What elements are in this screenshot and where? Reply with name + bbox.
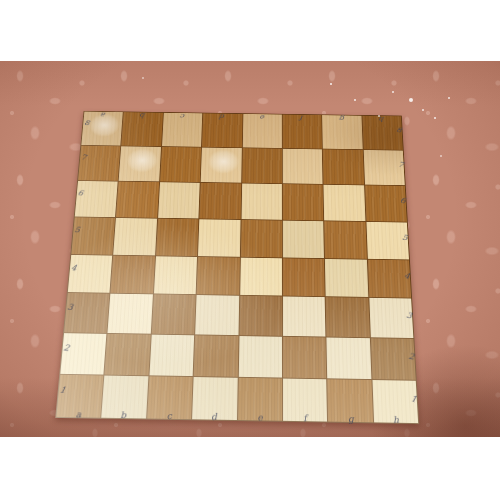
square-c2[interactable] (149, 335, 194, 376)
square-h5[interactable] (366, 222, 409, 259)
square-b8[interactable] (122, 112, 163, 146)
square-d4[interactable] (197, 257, 240, 296)
square-c6[interactable] (158, 182, 200, 218)
square-a7[interactable] (78, 146, 120, 181)
square-d8[interactable] (202, 113, 242, 147)
square-f1[interactable] (283, 379, 327, 422)
square-b7[interactable] (119, 146, 161, 181)
square-e2[interactable] (238, 336, 282, 377)
square-e1[interactable] (238, 378, 282, 421)
square-b3[interactable] (108, 294, 153, 334)
square-h7[interactable] (363, 150, 404, 185)
square-a2[interactable] (60, 333, 106, 374)
square-g7[interactable] (323, 149, 364, 184)
square-a1[interactable] (56, 375, 103, 418)
square-e7[interactable] (242, 148, 282, 183)
square-e6[interactable] (241, 183, 282, 219)
square-d5[interactable] (198, 219, 240, 256)
square-c3[interactable] (152, 295, 196, 335)
square-c7[interactable] (160, 147, 201, 182)
square-g8[interactable] (322, 115, 362, 149)
square-h4[interactable] (367, 259, 411, 298)
dust-specks (330, 83, 332, 85)
square-f4[interactable] (283, 258, 325, 297)
square-f7[interactable] (283, 149, 323, 184)
square-f6[interactable] (283, 184, 324, 220)
square-d1[interactable] (192, 377, 237, 420)
square-g6[interactable] (324, 185, 365, 221)
square-e3[interactable] (239, 296, 282, 336)
square-e5[interactable] (240, 220, 281, 257)
square-g3[interactable] (326, 297, 370, 337)
chess-board: aa88bb77cc66dd55ee44ff33gg22hh11 (55, 111, 419, 424)
square-h3[interactable] (369, 298, 413, 338)
square-b1[interactable] (102, 376, 149, 419)
square-a8[interactable] (81, 112, 123, 146)
square-a6[interactable] (75, 181, 118, 217)
square-c4[interactable] (154, 256, 197, 295)
square-c1[interactable] (147, 376, 193, 419)
square-h8[interactable] (362, 116, 403, 150)
square-d3[interactable] (195, 295, 239, 335)
square-b2[interactable] (105, 334, 151, 375)
square-f5[interactable] (283, 220, 324, 257)
square-c8[interactable] (162, 113, 203, 147)
square-g1[interactable] (327, 379, 372, 422)
square-b4[interactable] (111, 255, 155, 294)
square-d7[interactable] (201, 147, 242, 182)
square-c5[interactable] (156, 218, 199, 255)
square-a5[interactable] (71, 217, 115, 254)
photograph: aa88bb77cc66dd55ee44ff33gg22hh11 (0, 61, 500, 437)
board-grid (55, 111, 419, 424)
square-a4[interactable] (68, 255, 113, 294)
square-b6[interactable] (116, 181, 159, 217)
square-a3[interactable] (64, 293, 110, 333)
square-g2[interactable] (327, 338, 371, 379)
square-e4[interactable] (240, 257, 282, 296)
square-b5[interactable] (114, 218, 157, 255)
square-e8[interactable] (242, 114, 281, 148)
square-f8[interactable] (283, 115, 322, 149)
square-h2[interactable] (371, 338, 416, 379)
square-d6[interactable] (199, 183, 240, 219)
square-f2[interactable] (283, 337, 327, 378)
screenshot-canvas: { "game": "chess", "scene_description": … (0, 0, 500, 500)
square-g4[interactable] (325, 259, 368, 298)
square-f3[interactable] (283, 297, 326, 337)
square-g5[interactable] (324, 221, 366, 258)
square-h6[interactable] (365, 185, 407, 221)
square-h1[interactable] (372, 380, 418, 423)
square-d2[interactable] (194, 336, 238, 377)
